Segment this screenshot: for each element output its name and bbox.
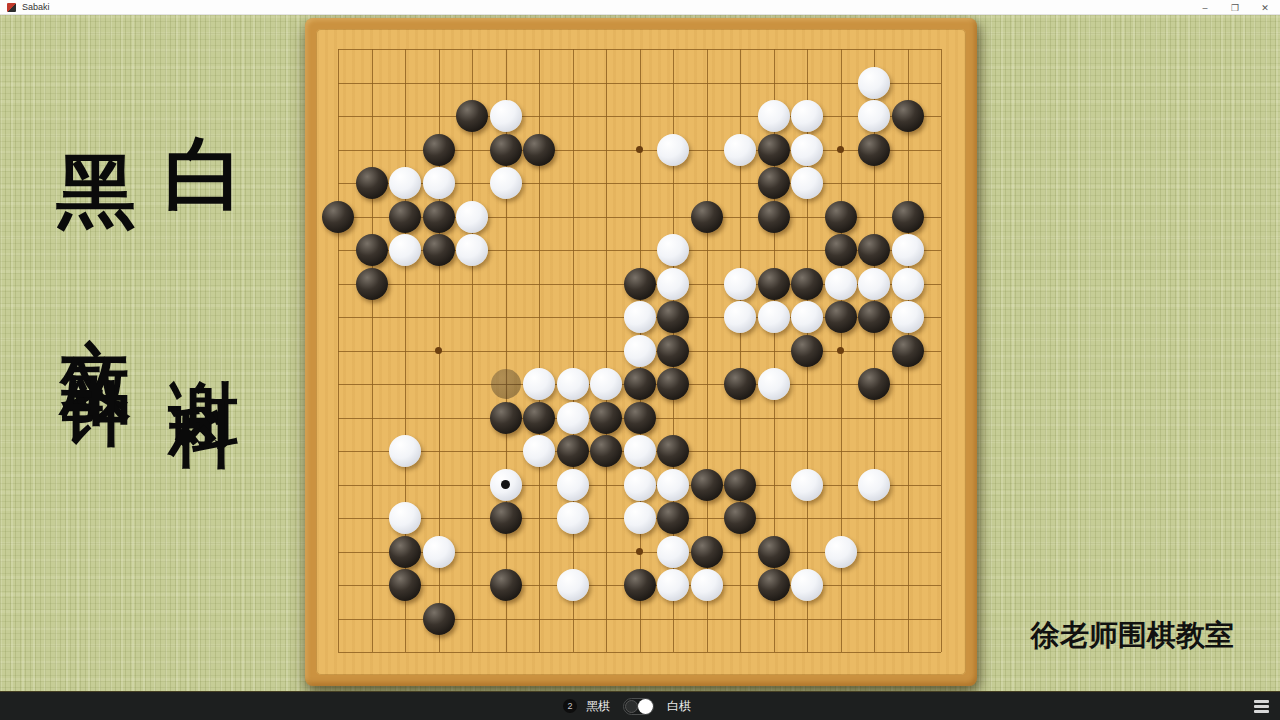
stone-white[interactable] <box>557 502 589 534</box>
stone-black[interactable] <box>322 201 354 233</box>
star-point <box>435 347 442 354</box>
stone-black[interactable] <box>423 234 455 266</box>
stone-black[interactable] <box>389 536 421 568</box>
stone-black[interactable] <box>423 603 455 635</box>
stone-white[interactable] <box>624 335 656 367</box>
stone-white[interactable] <box>389 435 421 467</box>
stone-white[interactable] <box>825 268 857 300</box>
white-turn-label[interactable]: 白棋 <box>667 698 691 715</box>
main-content: 黑 文敏钟 白 谢科 徐老师围棋教室 <box>0 15 1280 691</box>
stone-black[interactable] <box>724 368 756 400</box>
stone-black[interactable] <box>758 536 790 568</box>
stone-black[interactable] <box>858 301 890 333</box>
stone-black[interactable] <box>423 134 455 166</box>
black-player-panel: 黑 文敏钟 <box>50 152 142 343</box>
titlebar: Sabaki – ❐ ✕ <box>0 0 1280 15</box>
stone-black[interactable] <box>758 268 790 300</box>
stone-white[interactable] <box>724 134 756 166</box>
stone-white[interactable] <box>758 368 790 400</box>
stone-black[interactable] <box>356 167 388 199</box>
stone-white[interactable] <box>657 536 689 568</box>
stone-black[interactable] <box>892 335 924 367</box>
stone-white[interactable] <box>791 100 823 132</box>
stone-black[interactable] <box>724 502 756 534</box>
stone-white[interactable] <box>791 301 823 333</box>
stone-black[interactable] <box>389 201 421 233</box>
stone-black[interactable] <box>825 301 857 333</box>
window-title: Sabaki <box>22 2 50 12</box>
stone-white[interactable] <box>691 569 723 601</box>
stone-black[interactable] <box>490 134 522 166</box>
stone-black[interactable] <box>624 268 656 300</box>
stone-white[interactable] <box>858 469 890 501</box>
stone-white[interactable] <box>557 569 589 601</box>
restore-button[interactable]: ❐ <box>1220 0 1250 15</box>
stone-white[interactable] <box>624 435 656 467</box>
stone-black[interactable] <box>657 301 689 333</box>
stone-black[interactable] <box>825 234 857 266</box>
stone-white[interactable] <box>523 435 555 467</box>
stone-white[interactable] <box>892 268 924 300</box>
turn-indicator-group: 2 黑棋 白棋 <box>563 698 691 715</box>
stone-black[interactable] <box>356 234 388 266</box>
stone-white[interactable] <box>557 402 589 434</box>
stone-white[interactable] <box>624 301 656 333</box>
close-button[interactable]: ✕ <box>1250 0 1280 15</box>
minimize-button[interactable]: – <box>1190 0 1220 15</box>
black-capture-badge: 2 <box>563 699 577 713</box>
stone-black[interactable] <box>858 368 890 400</box>
stone-black[interactable] <box>624 569 656 601</box>
black-player-label: 黑 <box>50 152 142 232</box>
black-player-name: 文敏钟 <box>58 280 135 343</box>
stone-white[interactable] <box>423 536 455 568</box>
stone-black[interactable] <box>423 201 455 233</box>
stone-black[interactable] <box>691 201 723 233</box>
stone-black[interactable] <box>758 167 790 199</box>
stone-white[interactable] <box>490 167 522 199</box>
stone-white[interactable] <box>557 368 589 400</box>
stone-white[interactable] <box>657 469 689 501</box>
hamburger-menu-icon[interactable] <box>1254 700 1269 713</box>
stone-black[interactable] <box>590 402 622 434</box>
stone-black[interactable] <box>523 402 555 434</box>
last-move-marker <box>501 480 510 489</box>
stone-white[interactable] <box>858 100 890 132</box>
go-board[interactable] <box>305 18 977 686</box>
stone-black[interactable] <box>490 402 522 434</box>
star-point <box>837 146 844 153</box>
star-point <box>636 548 643 555</box>
stone-black[interactable] <box>657 502 689 534</box>
stone-white[interactable] <box>389 234 421 266</box>
stone-white[interactable] <box>456 234 488 266</box>
statusbar: 2 黑棋 白棋 <box>0 691 1280 720</box>
turn-toggle[interactable] <box>623 698 654 715</box>
stone-black[interactable] <box>523 134 555 166</box>
stone-white[interactable] <box>758 100 790 132</box>
stone-black[interactable] <box>892 100 924 132</box>
grid-line <box>941 49 942 652</box>
star-point <box>636 146 643 153</box>
stone-white[interactable] <box>791 569 823 601</box>
stone-black[interactable] <box>858 134 890 166</box>
stone-black[interactable] <box>356 268 388 300</box>
black-turn-label[interactable]: 黑棋 <box>586 698 610 715</box>
stone-white[interactable] <box>858 268 890 300</box>
stone-black[interactable] <box>657 335 689 367</box>
sabaki-app-icon <box>7 3 16 12</box>
window-controls: – ❐ ✕ <box>1190 0 1280 15</box>
stone-black[interactable] <box>691 469 723 501</box>
stone-white[interactable] <box>858 67 890 99</box>
stone-black[interactable] <box>758 201 790 233</box>
stone-white[interactable] <box>825 536 857 568</box>
stone-white[interactable] <box>657 234 689 266</box>
stone-white[interactable] <box>892 234 924 266</box>
stone-black[interactable] <box>490 569 522 601</box>
stone-white[interactable] <box>791 469 823 501</box>
stone-black[interactable] <box>490 502 522 534</box>
stone-black[interactable] <box>456 100 488 132</box>
stone-black[interactable] <box>657 435 689 467</box>
stone-black[interactable] <box>624 402 656 434</box>
white-player-label: 白 <box>158 135 250 215</box>
stone-black[interactable] <box>724 469 756 501</box>
stone-white[interactable] <box>423 167 455 199</box>
stone-black[interactable] <box>825 201 857 233</box>
stone-black[interactable] <box>892 201 924 233</box>
stone-white[interactable] <box>657 134 689 166</box>
stone-white[interactable] <box>389 502 421 534</box>
stone-white[interactable] <box>892 301 924 333</box>
stone-white[interactable] <box>624 469 656 501</box>
stone-black[interactable] <box>791 268 823 300</box>
star-point <box>837 347 844 354</box>
classroom-caption: 徐老师围棋教室 <box>1031 616 1234 656</box>
stone-black[interactable] <box>624 368 656 400</box>
stone-black[interactable] <box>758 569 790 601</box>
toggle-black-circle <box>625 700 638 713</box>
stone-white[interactable] <box>657 569 689 601</box>
stone-black[interactable] <box>691 536 723 568</box>
stone-white[interactable] <box>590 368 622 400</box>
stone-black[interactable] <box>389 569 421 601</box>
stone-white[interactable] <box>758 301 790 333</box>
stone-white[interactable] <box>490 100 522 132</box>
stone-black[interactable] <box>557 435 589 467</box>
stone-black[interactable] <box>791 335 823 367</box>
stone-black[interactable] <box>758 134 790 166</box>
stone-white[interactable] <box>624 502 656 534</box>
stone-white[interactable] <box>557 469 589 501</box>
stone-black[interactable] <box>590 435 622 467</box>
stone-white-last-move[interactable] <box>490 469 522 501</box>
white-player-panel: 白 谢科 <box>158 135 250 365</box>
stone-black[interactable] <box>657 368 689 400</box>
stone-white[interactable] <box>791 167 823 199</box>
stone-black[interactable] <box>858 234 890 266</box>
stone-ghost-black[interactable] <box>491 369 521 399</box>
stone-white[interactable] <box>724 268 756 300</box>
stone-white[interactable] <box>389 167 421 199</box>
stone-white[interactable] <box>523 368 555 400</box>
stone-white[interactable] <box>456 201 488 233</box>
white-player-name: 谢科 <box>166 323 243 365</box>
grid-line <box>338 652 941 653</box>
stone-white[interactable] <box>657 268 689 300</box>
stone-white[interactable] <box>791 134 823 166</box>
stone-white[interactable] <box>724 301 756 333</box>
toggle-white-knob <box>638 699 653 714</box>
